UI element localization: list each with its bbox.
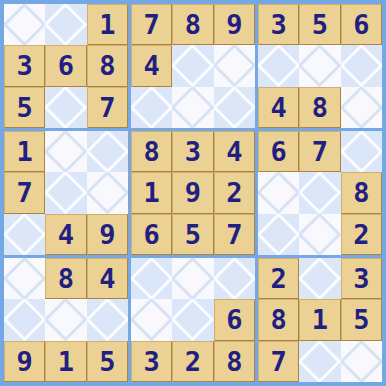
diamond-icon [45, 131, 86, 172]
given-digit: 6 [58, 52, 74, 79]
given-digit: 2 [353, 221, 369, 248]
given-digit: 3 [271, 11, 287, 38]
cell-r8c2[interactable] [45, 299, 86, 340]
given-digit: 1 [144, 179, 160, 206]
cell-r8c7: 8 [258, 299, 299, 340]
box-9: 238157 [258, 258, 382, 382]
given-digit: 1 [58, 348, 74, 375]
cell-r9c8[interactable] [299, 341, 340, 382]
cell-r6c4: 6 [131, 214, 172, 255]
cell-r5c2[interactable] [45, 172, 86, 213]
given-digit: 8 [353, 179, 369, 206]
cell-r3c9[interactable] [341, 87, 382, 128]
diamond-icon [87, 172, 128, 213]
given-digit: 6 [226, 306, 242, 333]
given-digit: 7 [99, 94, 115, 121]
cell-r5c4: 1 [131, 172, 172, 213]
cell-r7c3: 4 [87, 258, 128, 299]
diamond-icon [258, 45, 299, 86]
cell-r9c3: 5 [87, 341, 128, 382]
cell-r1c6: 9 [214, 4, 255, 45]
diamond-icon [299, 214, 340, 255]
cell-r5c5: 9 [172, 172, 213, 213]
given-digit: 2 [271, 265, 287, 292]
given-digit: 5 [185, 221, 201, 248]
given-digit: 7 [226, 221, 242, 248]
cell-r2c9[interactable] [341, 45, 382, 86]
cell-r8c3[interactable] [87, 299, 128, 340]
given-digit: 5 [353, 306, 369, 333]
given-digit: 7 [312, 138, 328, 165]
cell-r8c1[interactable] [4, 299, 45, 340]
given-digit: 6 [144, 221, 160, 248]
diamond-icon [172, 299, 213, 340]
cell-r2c5[interactable] [172, 45, 213, 86]
given-digit: 5 [312, 11, 328, 38]
given-digit: 9 [99, 221, 115, 248]
given-digit: 4 [58, 221, 74, 248]
diamond-icon [341, 45, 382, 86]
diamond-icon [299, 258, 340, 299]
cell-r4c5: 3 [172, 131, 213, 172]
given-digit: 7 [144, 11, 160, 38]
given-digit: 2 [226, 179, 242, 206]
cell-r6c1[interactable] [4, 214, 45, 255]
diamond-icon [45, 172, 86, 213]
cell-r3c3: 7 [87, 87, 128, 128]
sudoku-board: 1368577894356481749834192657678284915632… [0, 0, 386, 386]
cell-r7c8[interactable] [299, 258, 340, 299]
given-digit: 3 [185, 138, 201, 165]
cell-r1c9: 6 [341, 4, 382, 45]
diamond-icon [4, 214, 45, 255]
diamond-icon [131, 299, 172, 340]
cell-r5c7[interactable] [258, 172, 299, 213]
cell-r4c4: 8 [131, 131, 172, 172]
given-digit: 7 [271, 348, 287, 375]
box-3: 35648 [258, 4, 382, 128]
cell-r3c2[interactable] [45, 87, 86, 128]
given-digit: 8 [271, 306, 287, 333]
cell-r6c2: 4 [45, 214, 86, 255]
cell-r1c5: 8 [172, 4, 213, 45]
given-digit: 3 [144, 348, 160, 375]
cell-r4c6: 4 [214, 131, 255, 172]
cell-r8c8: 1 [299, 299, 340, 340]
given-digit: 9 [17, 348, 33, 375]
diamond-icon [45, 87, 86, 128]
cell-r4c9[interactable] [341, 131, 382, 172]
cell-r7c9: 3 [341, 258, 382, 299]
cell-r3c4[interactable] [131, 87, 172, 128]
cell-r7c6[interactable] [214, 258, 255, 299]
cell-r5c1: 7 [4, 172, 45, 213]
diamond-icon [172, 87, 213, 128]
given-digit: 2 [185, 348, 201, 375]
cell-r9c1: 9 [4, 341, 45, 382]
cell-r4c7: 6 [258, 131, 299, 172]
cell-r3c5[interactable] [172, 87, 213, 128]
cell-r7c7: 2 [258, 258, 299, 299]
box-5: 834192657 [131, 131, 255, 255]
cell-r7c5[interactable] [172, 258, 213, 299]
diamond-icon [258, 214, 299, 255]
diamond-icon [131, 258, 172, 299]
given-digit: 5 [17, 94, 33, 121]
diamond-icon [214, 87, 255, 128]
cell-r5c9: 8 [341, 172, 382, 213]
cell-r4c8: 7 [299, 131, 340, 172]
given-digit: 3 [353, 265, 369, 292]
cell-r8c9: 5 [341, 299, 382, 340]
given-digit: 7 [17, 179, 33, 206]
box-6: 6782 [258, 131, 382, 255]
cell-r1c4: 7 [131, 4, 172, 45]
cell-r1c1[interactable] [4, 4, 45, 45]
diamond-icon [172, 45, 213, 86]
box-4: 1749 [4, 131, 128, 255]
cell-r5c8[interactable] [299, 172, 340, 213]
diamond-icon [299, 341, 340, 382]
given-digit: 6 [271, 138, 287, 165]
cell-r8c6: 6 [214, 299, 255, 340]
diamond-icon [299, 172, 340, 213]
cell-r2c8[interactable] [299, 45, 340, 86]
given-digit: 8 [185, 11, 201, 38]
diamond-icon [214, 45, 255, 86]
cell-r1c2[interactable] [45, 4, 86, 45]
given-digit: 3 [17, 52, 33, 79]
cell-r4c2[interactable] [45, 131, 86, 172]
diamond-icon [172, 258, 213, 299]
box-1: 136857 [4, 4, 128, 128]
cell-r8c5[interactable] [172, 299, 213, 340]
cell-r1c7: 3 [258, 4, 299, 45]
diamond-icon [341, 87, 382, 128]
cell-r9c5: 2 [172, 341, 213, 382]
cell-r2c6[interactable] [214, 45, 255, 86]
given-digit: 8 [99, 52, 115, 79]
cell-r2c1: 3 [4, 45, 45, 86]
diamond-icon [258, 172, 299, 213]
cell-r9c2: 1 [45, 341, 86, 382]
diamond-icon [45, 4, 86, 45]
cell-r6c8[interactable] [299, 214, 340, 255]
cell-r2c2: 6 [45, 45, 86, 86]
cell-r5c6: 2 [214, 172, 255, 213]
cell-r6c6: 7 [214, 214, 255, 255]
given-digit: 9 [185, 179, 201, 206]
cell-r2c4: 4 [131, 45, 172, 86]
diamond-icon [87, 299, 128, 340]
given-digit: 5 [99, 348, 115, 375]
cell-r6c3: 9 [87, 214, 128, 255]
given-digit: 8 [312, 94, 328, 121]
given-digit: 6 [353, 11, 369, 38]
cell-r3c7: 4 [258, 87, 299, 128]
diamond-icon [214, 258, 255, 299]
cell-r3c6[interactable] [214, 87, 255, 128]
cell-r5c3[interactable] [87, 172, 128, 213]
cell-r2c7[interactable] [258, 45, 299, 86]
cell-r7c2: 8 [45, 258, 86, 299]
diamond-icon [341, 131, 382, 172]
diamond-icon [341, 341, 382, 382]
cell-r4c3[interactable] [87, 131, 128, 172]
cell-r9c6: 8 [214, 341, 255, 382]
diamond-icon [87, 131, 128, 172]
given-digit: 1 [99, 11, 115, 38]
cell-r6c7[interactable] [258, 214, 299, 255]
box-2: 7894 [131, 4, 255, 128]
cell-r7c1[interactable] [4, 258, 45, 299]
given-digit: 8 [144, 138, 160, 165]
given-digit: 4 [226, 138, 242, 165]
given-digit: 9 [226, 11, 242, 38]
cell-r3c8: 8 [299, 87, 340, 128]
cell-r1c3: 1 [87, 4, 128, 45]
cell-r3c1: 5 [4, 87, 45, 128]
diamond-icon [131, 87, 172, 128]
cell-r6c9: 2 [341, 214, 382, 255]
cell-r9c7: 7 [258, 341, 299, 382]
box-8: 6328 [131, 258, 255, 382]
cell-r7c4[interactable] [131, 258, 172, 299]
cell-r9c9[interactable] [341, 341, 382, 382]
cell-r9c4: 3 [131, 341, 172, 382]
given-digit: 4 [271, 94, 287, 121]
given-digit: 4 [144, 52, 160, 79]
cell-r2c3: 8 [87, 45, 128, 86]
diamond-icon [45, 299, 86, 340]
cell-r1c8: 5 [299, 4, 340, 45]
diamond-icon [4, 299, 45, 340]
given-digit: 1 [17, 138, 33, 165]
cell-r8c4[interactable] [131, 299, 172, 340]
given-digit: 8 [226, 348, 242, 375]
diamond-icon [299, 45, 340, 86]
given-digit: 1 [312, 306, 328, 333]
cell-r4c1: 1 [4, 131, 45, 172]
diamond-icon [4, 4, 45, 45]
given-digit: 8 [58, 265, 74, 292]
cell-r6c5: 5 [172, 214, 213, 255]
given-digit: 4 [99, 265, 115, 292]
diamond-icon [4, 258, 45, 299]
box-7: 84915 [4, 258, 128, 382]
